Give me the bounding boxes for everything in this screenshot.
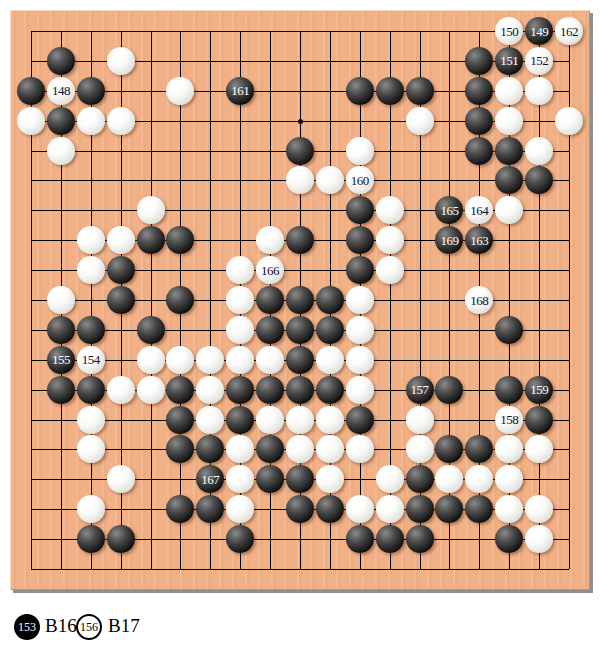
black-stone	[47, 316, 75, 344]
white-stone	[137, 376, 165, 404]
move-number: 157	[411, 383, 429, 396]
move-number: 164	[470, 204, 488, 217]
move-number: 169	[440, 234, 458, 247]
black-stone: 151	[495, 47, 523, 75]
black-stone	[286, 137, 314, 165]
white-stone	[107, 226, 135, 254]
white-stone	[107, 465, 135, 493]
move-number: 152	[530, 54, 548, 67]
white-stone	[376, 226, 404, 254]
white-stone	[525, 435, 553, 463]
black-stone	[77, 77, 105, 105]
white-stone	[525, 77, 553, 105]
move-number: 148	[52, 84, 70, 97]
white-stone	[435, 465, 463, 493]
black-stone	[107, 525, 135, 553]
white-stone	[346, 346, 374, 374]
black-stone	[465, 495, 493, 523]
move-number: 160	[351, 174, 369, 187]
white-stone: 148	[47, 77, 75, 105]
black-stone	[316, 376, 344, 404]
white-stone	[316, 435, 344, 463]
black-stone	[137, 226, 165, 254]
move-number: 165	[440, 204, 458, 217]
white-stone	[77, 256, 105, 284]
move-number: 154	[82, 353, 100, 366]
white-stone	[346, 435, 374, 463]
white-stone	[77, 435, 105, 463]
black-stone	[286, 286, 314, 314]
black-stone	[406, 525, 434, 553]
white-stone	[406, 435, 434, 463]
move-number: 150	[500, 25, 518, 38]
caption-move-153-coordinate: B16	[45, 615, 77, 637]
black-stone	[406, 495, 434, 523]
move-number: 167	[201, 473, 219, 486]
white-stone: 162	[555, 17, 583, 45]
black-stone	[346, 77, 374, 105]
go-board: 1501491621511521481611601651641691631661…	[10, 10, 590, 590]
white-stone	[495, 465, 523, 493]
white-stone	[196, 346, 224, 374]
white-stone	[256, 346, 284, 374]
black-stone	[286, 465, 314, 493]
white-stone	[376, 196, 404, 224]
black-stone	[47, 107, 75, 135]
white-stone	[77, 107, 105, 135]
black-stone	[435, 495, 463, 523]
white-stone	[495, 196, 523, 224]
black-stone	[107, 286, 135, 314]
black-stone	[256, 376, 284, 404]
move-number: 159	[530, 383, 548, 396]
black-stone	[107, 256, 135, 284]
black-stone: 155	[47, 346, 75, 374]
white-stone	[525, 525, 553, 553]
black-stone	[286, 346, 314, 374]
white-stone	[406, 107, 434, 135]
black-stone	[495, 525, 523, 553]
page: 1501491621511521481611601651641691631661…	[0, 0, 600, 659]
black-stone	[495, 376, 523, 404]
white-stone	[316, 406, 344, 434]
move-number: 163	[470, 234, 488, 247]
move-number: 149	[530, 25, 548, 38]
white-stone	[107, 47, 135, 75]
white-stone	[316, 166, 344, 194]
move-number: 151	[500, 54, 518, 67]
black-stone	[286, 226, 314, 254]
white-stone	[286, 435, 314, 463]
white-stone	[346, 316, 374, 344]
black-stone	[316, 286, 344, 314]
white-stone	[226, 286, 254, 314]
black-stone	[346, 226, 374, 254]
black-stone	[495, 316, 523, 344]
white-stone	[137, 196, 165, 224]
caption-white-stone-156: 156	[76, 614, 102, 640]
white-stone	[495, 435, 523, 463]
white-stone	[376, 465, 404, 493]
black-stone	[256, 286, 284, 314]
black-stone	[346, 406, 374, 434]
black-stone	[47, 47, 75, 75]
white-stone	[196, 376, 224, 404]
black-stone	[166, 376, 194, 404]
black-stone	[77, 316, 105, 344]
caption: 153 B16 156 B17	[0, 600, 600, 659]
black-stone	[226, 406, 254, 434]
black-stone	[256, 465, 284, 493]
black-stone	[196, 435, 224, 463]
black-stone: 159	[525, 376, 553, 404]
white-stone	[346, 137, 374, 165]
white-stone	[47, 137, 75, 165]
white-stone	[495, 77, 523, 105]
black-stone	[226, 525, 254, 553]
white-stone	[226, 495, 254, 523]
white-stone: 150	[495, 17, 523, 45]
white-stone	[346, 495, 374, 523]
white-stone	[196, 406, 224, 434]
black-stone	[17, 77, 45, 105]
move-number: 161	[231, 84, 249, 97]
black-stone	[525, 406, 553, 434]
move-number: 162	[560, 25, 578, 38]
white-stone	[77, 406, 105, 434]
white-stone	[137, 346, 165, 374]
white-stone: 166	[256, 256, 284, 284]
white-stone	[495, 107, 523, 135]
black-stone	[376, 525, 404, 553]
white-stone	[376, 256, 404, 284]
black-stone	[346, 256, 374, 284]
black-stone: 161	[226, 77, 254, 105]
black-stone	[406, 77, 434, 105]
black-stone	[316, 495, 344, 523]
black-stone	[166, 226, 194, 254]
black-stone	[435, 376, 463, 404]
black-stone	[495, 166, 523, 194]
black-stone	[256, 316, 284, 344]
black-stone	[196, 495, 224, 523]
white-stone: 158	[495, 406, 523, 434]
black-stone	[226, 376, 254, 404]
black-stone: 157	[406, 376, 434, 404]
grid-line	[31, 569, 569, 570]
black-stone	[495, 137, 523, 165]
black-stone	[465, 435, 493, 463]
black-stone	[47, 376, 75, 404]
black-stone	[465, 77, 493, 105]
white-stone	[226, 435, 254, 463]
white-stone	[555, 107, 583, 135]
white-stone	[77, 226, 105, 254]
black-stone	[465, 137, 493, 165]
black-stone	[77, 525, 105, 553]
move-number: 168	[470, 294, 488, 307]
white-stone	[256, 406, 284, 434]
white-stone	[166, 346, 194, 374]
caption-white-stone-number: 156	[80, 620, 98, 635]
white-stone	[316, 465, 344, 493]
white-stone	[316, 346, 344, 374]
white-stone	[286, 166, 314, 194]
black-stone	[465, 107, 493, 135]
white-stone	[286, 406, 314, 434]
black-stone	[346, 196, 374, 224]
black-stone	[256, 435, 284, 463]
black-stone	[465, 47, 493, 75]
white-stone: 168	[465, 286, 493, 314]
caption-move-156-coordinate: B17	[108, 615, 140, 637]
move-number: 158	[500, 413, 518, 426]
black-stone	[166, 435, 194, 463]
white-stone: 152	[525, 47, 553, 75]
black-stone	[166, 406, 194, 434]
white-stone: 154	[77, 346, 105, 374]
black-stone	[435, 435, 463, 463]
black-stone	[77, 376, 105, 404]
white-stone	[17, 107, 45, 135]
white-stone	[107, 107, 135, 135]
move-number: 155	[52, 353, 70, 366]
black-stone	[286, 316, 314, 344]
white-stone	[166, 77, 194, 105]
black-stone	[376, 77, 404, 105]
move-number: 166	[261, 264, 279, 277]
black-stone	[166, 495, 194, 523]
white-stone: 164	[465, 196, 493, 224]
white-stone	[256, 226, 284, 254]
white-stone	[525, 495, 553, 523]
white-stone: 160	[346, 166, 374, 194]
white-stone	[226, 465, 254, 493]
white-stone	[77, 495, 105, 523]
black-stone	[137, 316, 165, 344]
black-stone	[316, 316, 344, 344]
black-stone: 163	[465, 226, 493, 254]
caption-black-stone-153: 153	[14, 614, 40, 640]
white-stone	[226, 256, 254, 284]
white-stone	[495, 495, 523, 523]
black-stone	[286, 376, 314, 404]
white-stone	[226, 316, 254, 344]
white-stone	[406, 406, 434, 434]
white-stone	[465, 465, 493, 493]
white-stone	[525, 137, 553, 165]
grid-line	[539, 31, 540, 569]
star-point	[298, 119, 303, 124]
white-stone	[226, 346, 254, 374]
black-stone	[346, 525, 374, 553]
white-stone	[376, 495, 404, 523]
black-stone: 169	[435, 226, 463, 254]
black-stone	[525, 166, 553, 194]
black-stone	[166, 286, 194, 314]
white-stone	[346, 286, 374, 314]
white-stone	[107, 376, 135, 404]
black-stone	[286, 495, 314, 523]
white-stone	[346, 376, 374, 404]
caption-black-stone-number: 153	[18, 620, 36, 635]
white-stone	[47, 286, 75, 314]
black-stone: 167	[196, 465, 224, 493]
black-stone	[406, 465, 434, 493]
black-stone: 165	[435, 196, 463, 224]
black-stone: 149	[525, 17, 553, 45]
